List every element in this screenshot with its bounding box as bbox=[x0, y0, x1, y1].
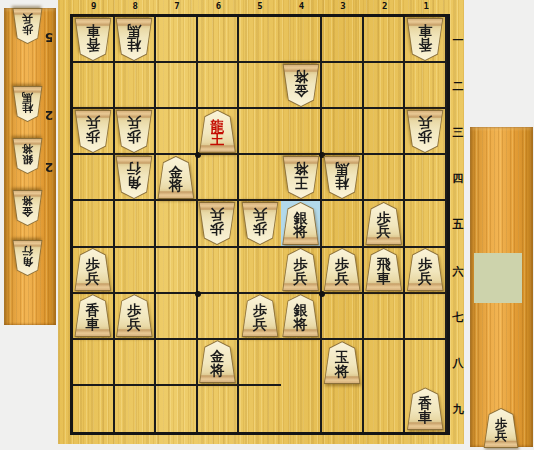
square-4e[interactable]: 銀将 bbox=[281, 201, 323, 247]
square-7e[interactable] bbox=[156, 201, 198, 247]
piece-kanji: 香車 bbox=[406, 387, 444, 430]
hoshi-dot bbox=[195, 152, 201, 158]
piece-kanji: 歩兵 bbox=[74, 110, 112, 153]
gote-hand-entry-銀将: 銀将2 bbox=[4, 138, 56, 174]
gote-hand-count: 5 bbox=[45, 30, 53, 44]
piece-gote-金将[interactable]: 金将 bbox=[282, 64, 320, 107]
piece-gote-桂馬[interactable]: 桂馬 bbox=[12, 86, 43, 122]
square-6b[interactable] bbox=[198, 63, 240, 109]
square-2b[interactable] bbox=[364, 63, 406, 109]
sente-hand-entry-歩兵: 歩兵 bbox=[470, 408, 533, 448]
file-label-2: 2 bbox=[379, 1, 391, 11]
square-1d[interactable] bbox=[405, 155, 447, 201]
square-5f[interactable] bbox=[239, 248, 281, 294]
piece-gote-桂馬[interactable]: 桂馬 bbox=[323, 156, 361, 199]
square-8b[interactable] bbox=[115, 63, 157, 109]
square-3d[interactable]: 桂馬 bbox=[322, 155, 364, 201]
square-9b[interactable] bbox=[73, 63, 115, 109]
square-1b[interactable] bbox=[405, 63, 447, 109]
square-4c[interactable] bbox=[281, 109, 323, 155]
piece-kanji: 歩兵 bbox=[115, 294, 153, 337]
square-3g[interactable] bbox=[322, 294, 364, 340]
rank-label-5: 五 bbox=[452, 217, 464, 232]
piece-sente-龍王[interactable]: 龍王 bbox=[198, 110, 236, 153]
square-3f[interactable]: 歩兵 bbox=[322, 248, 364, 294]
square-9g[interactable]: 香車 bbox=[73, 294, 115, 340]
piece-sente-銀将[interactable]: 銀将 bbox=[282, 202, 320, 245]
square-7b[interactable] bbox=[156, 63, 198, 109]
square-8d[interactable]: 角行 bbox=[115, 155, 157, 201]
file-label-7: 7 bbox=[171, 1, 183, 11]
gote-hand-entry-角行: 角行 bbox=[4, 240, 56, 276]
gote-hand-entry-金将: 金将 bbox=[4, 190, 56, 226]
piece-sente-香車[interactable]: 香車 bbox=[74, 294, 112, 337]
square-3i[interactable] bbox=[322, 386, 364, 432]
square-8i[interactable] bbox=[115, 386, 157, 432]
square-8a[interactable]: 桂馬 bbox=[115, 17, 157, 63]
piece-sente-飛車[interactable]: 飛車 bbox=[365, 248, 403, 291]
square-2f[interactable]: 飛車 bbox=[364, 248, 406, 294]
square-3h[interactable]: 玉将 bbox=[322, 340, 364, 386]
board-grid: 香車桂馬香車金将歩兵歩兵龍王歩兵角行金将王将桂馬歩兵歩兵銀将歩兵歩兵歩兵歩兵飛車… bbox=[70, 14, 450, 435]
square-3e[interactable] bbox=[322, 201, 364, 247]
file-label-6: 6 bbox=[212, 1, 224, 11]
piece-kanji: 銀将 bbox=[12, 138, 43, 174]
piece-kanji: 銀将 bbox=[282, 202, 320, 245]
square-6h[interactable]: 金将 bbox=[198, 340, 240, 386]
piece-sente-歩兵[interactable]: 歩兵 bbox=[406, 248, 444, 291]
piece-gote-金将[interactable]: 金将 bbox=[12, 190, 43, 226]
piece-kanji: 歩兵 bbox=[74, 248, 112, 291]
piece-kanji: 金将 bbox=[157, 156, 195, 199]
square-7i[interactable] bbox=[156, 386, 198, 432]
square-7g[interactable] bbox=[156, 294, 198, 340]
piece-kanji: 桂馬 bbox=[323, 156, 361, 199]
square-5g[interactable]: 歩兵 bbox=[239, 294, 281, 340]
file-label-1: 1 bbox=[420, 1, 432, 11]
square-2e[interactable]: 歩兵 bbox=[364, 201, 406, 247]
square-2a[interactable] bbox=[364, 17, 406, 63]
piece-kanji: 銀将 bbox=[282, 294, 320, 337]
square-2i[interactable] bbox=[364, 386, 406, 432]
piece-kanji: 金将 bbox=[198, 340, 236, 383]
piece-gote-角行[interactable]: 角行 bbox=[12, 240, 43, 276]
rank-label-6: 六 bbox=[452, 264, 464, 279]
piece-kanji: 歩兵 bbox=[406, 110, 444, 153]
square-5a[interactable] bbox=[239, 17, 281, 63]
square-7f[interactable] bbox=[156, 248, 198, 294]
square-8e[interactable] bbox=[115, 201, 157, 247]
gote-hand-count: 2 bbox=[45, 160, 53, 174]
square-3c[interactable] bbox=[322, 109, 364, 155]
square-6c[interactable]: 龍王 bbox=[198, 109, 240, 155]
piece-sente-金将[interactable]: 金将 bbox=[198, 340, 236, 383]
square-6a[interactable] bbox=[198, 17, 240, 63]
square-1c[interactable]: 歩兵 bbox=[405, 109, 447, 155]
square-5e[interactable]: 歩兵 bbox=[239, 201, 281, 247]
square-4f[interactable]: 歩兵 bbox=[281, 248, 323, 294]
square-9a[interactable]: 香車 bbox=[73, 17, 115, 63]
piece-kanji: 香車 bbox=[406, 18, 444, 61]
piece-sente-歩兵[interactable]: 歩兵 bbox=[282, 248, 320, 291]
piece-kanji: 香車 bbox=[74, 18, 112, 61]
piece-kanji: 歩兵 bbox=[115, 110, 153, 153]
piece-gote-歩兵[interactable]: 歩兵 bbox=[12, 8, 43, 44]
file-label-8: 8 bbox=[129, 1, 141, 11]
square-8g[interactable]: 歩兵 bbox=[115, 294, 157, 340]
piece-kanji: 角行 bbox=[12, 240, 43, 276]
rank-label-9: 九 bbox=[452, 402, 464, 417]
square-4h[interactable] bbox=[281, 340, 323, 386]
piece-kanji: 玉将 bbox=[323, 341, 361, 384]
file-label-3: 3 bbox=[337, 1, 349, 11]
square-5h[interactable] bbox=[239, 340, 281, 386]
square-2h[interactable] bbox=[364, 340, 406, 386]
square-3b[interactable] bbox=[322, 63, 364, 109]
piece-gote-銀将[interactable]: 銀将 bbox=[12, 138, 43, 174]
piece-kanji: 歩兵 bbox=[483, 408, 519, 448]
piece-sente-歩兵[interactable]: 歩兵 bbox=[483, 408, 519, 448]
piece-kanji: 金将 bbox=[12, 190, 43, 226]
gote-hand-entry-歩兵: 歩兵5 bbox=[4, 8, 56, 44]
square-6e[interactable]: 歩兵 bbox=[198, 201, 240, 247]
piece-gote-歩兵[interactable]: 歩兵 bbox=[241, 202, 279, 245]
piece-sente-歩兵[interactable]: 歩兵 bbox=[74, 248, 112, 291]
square-5d[interactable] bbox=[239, 155, 281, 201]
rank-label-7: 七 bbox=[452, 310, 464, 325]
piece-gote-歩兵[interactable]: 歩兵 bbox=[74, 110, 112, 153]
piece-gote-王将[interactable]: 王将 bbox=[282, 156, 320, 199]
piece-kanji: 王将 bbox=[282, 156, 320, 199]
piece-kanji: 歩兵 bbox=[198, 202, 236, 245]
square-9e[interactable] bbox=[73, 201, 115, 247]
square-7a[interactable] bbox=[156, 17, 198, 63]
piece-gote-歩兵[interactable]: 歩兵 bbox=[115, 110, 153, 153]
piece-kanji: 歩兵 bbox=[12, 8, 43, 44]
square-9c[interactable]: 歩兵 bbox=[73, 109, 115, 155]
square-5b[interactable] bbox=[239, 63, 281, 109]
piece-sente-歩兵[interactable]: 歩兵 bbox=[115, 294, 153, 337]
square-1g[interactable] bbox=[405, 294, 447, 340]
piece-kanji: 飛車 bbox=[365, 248, 403, 291]
gote-hand-entry-桂馬: 桂馬2 bbox=[4, 86, 56, 122]
rank-label-8: 八 bbox=[452, 356, 464, 371]
square-8c[interactable]: 歩兵 bbox=[115, 109, 157, 155]
square-2c[interactable] bbox=[364, 109, 406, 155]
piece-gote-歩兵[interactable]: 歩兵 bbox=[198, 202, 236, 245]
hoshi-dot bbox=[195, 291, 201, 297]
rank-label-4: 四 bbox=[452, 171, 464, 186]
piece-kanji: 角行 bbox=[115, 156, 153, 199]
square-1a[interactable]: 香車 bbox=[405, 17, 447, 63]
piece-sente-香車[interactable]: 香車 bbox=[406, 387, 444, 430]
file-label-5: 5 bbox=[254, 1, 266, 11]
piece-kanji: 金将 bbox=[282, 64, 320, 107]
piece-sente-銀将[interactable]: 銀将 bbox=[282, 294, 320, 337]
piece-gote-香車[interactable]: 香車 bbox=[74, 18, 112, 61]
piece-kanji: 歩兵 bbox=[241, 202, 279, 245]
rank-label-1: 一 bbox=[452, 33, 464, 48]
piece-kanji: 桂馬 bbox=[12, 86, 43, 122]
square-4a[interactable] bbox=[281, 17, 323, 63]
square-1e[interactable] bbox=[405, 201, 447, 247]
square-4g[interactable]: 銀将 bbox=[281, 294, 323, 340]
gote-hand-count: 2 bbox=[45, 108, 53, 122]
square-6d[interactable] bbox=[198, 155, 240, 201]
piece-sente-歩兵[interactable]: 歩兵 bbox=[365, 202, 403, 245]
square-7h[interactable] bbox=[156, 340, 198, 386]
hoshi-dot bbox=[319, 291, 325, 297]
square-7d[interactable]: 金将 bbox=[156, 155, 198, 201]
board: 987654321 一二三四五六七八九 香車桂馬香車金将歩兵歩兵龍王歩兵角行金将… bbox=[58, 0, 464, 444]
square-2g[interactable] bbox=[364, 294, 406, 340]
piece-kanji: 歩兵 bbox=[241, 294, 279, 337]
rank-label-3: 三 bbox=[452, 125, 464, 140]
square-1h[interactable] bbox=[405, 340, 447, 386]
piece-kanji: 歩兵 bbox=[406, 248, 444, 291]
shogi-kifu-viewer: 歩兵5桂馬2銀将2金将角行 987654321 一二三四五六七八九 香車桂馬香車… bbox=[0, 0, 534, 450]
square-6f[interactable] bbox=[198, 248, 240, 294]
piece-kanji: 歩兵 bbox=[323, 248, 361, 291]
square-4i[interactable] bbox=[281, 386, 323, 432]
square-5c[interactable] bbox=[239, 109, 281, 155]
square-1i[interactable]: 香車 bbox=[405, 386, 447, 432]
square-7c[interactable] bbox=[156, 109, 198, 155]
square-9f[interactable]: 歩兵 bbox=[73, 248, 115, 294]
piece-sente-歩兵[interactable]: 歩兵 bbox=[241, 294, 279, 337]
piece-kanji: 香車 bbox=[74, 294, 112, 337]
square-6i[interactable] bbox=[198, 386, 240, 432]
square-2d[interactable] bbox=[364, 155, 406, 201]
piece-sente-歩兵[interactable]: 歩兵 bbox=[323, 248, 361, 291]
piece-sente-金将[interactable]: 金将 bbox=[157, 156, 195, 199]
file-label-9: 9 bbox=[88, 1, 100, 11]
file-label-4: 4 bbox=[296, 1, 308, 11]
square-9i[interactable] bbox=[73, 386, 115, 432]
piece-kanji: 龍王 bbox=[198, 110, 236, 153]
square-6g[interactable] bbox=[198, 294, 240, 340]
square-5i[interactable] bbox=[239, 386, 281, 432]
piece-kanji: 歩兵 bbox=[282, 248, 320, 291]
rank-label-2: 二 bbox=[452, 79, 464, 94]
square-9h[interactable] bbox=[73, 340, 115, 386]
square-1f[interactable]: 歩兵 bbox=[405, 248, 447, 294]
square-3a[interactable] bbox=[322, 17, 364, 63]
piece-kanji: 桂馬 bbox=[115, 18, 153, 61]
piece-gote-角行[interactable]: 角行 bbox=[115, 156, 153, 199]
piece-gote-桂馬[interactable]: 桂馬 bbox=[115, 18, 153, 61]
sente-hand-tray: 歩兵 bbox=[470, 127, 533, 447]
piece-sente-玉将[interactable]: 玉将 bbox=[323, 341, 361, 384]
square-8h[interactable] bbox=[115, 340, 157, 386]
piece-gote-歩兵[interactable]: 歩兵 bbox=[406, 110, 444, 153]
square-8f[interactable] bbox=[115, 248, 157, 294]
square-4d[interactable]: 王将 bbox=[281, 155, 323, 201]
piece-kanji: 歩兵 bbox=[365, 202, 403, 245]
piece-gote-香車[interactable]: 香車 bbox=[406, 18, 444, 61]
sente-hand-selected-slot bbox=[474, 253, 522, 303]
square-4b[interactable]: 金将 bbox=[281, 63, 323, 109]
square-9d[interactable] bbox=[73, 155, 115, 201]
gote-hand-tray: 歩兵5桂馬2銀将2金将角行 bbox=[4, 8, 56, 325]
